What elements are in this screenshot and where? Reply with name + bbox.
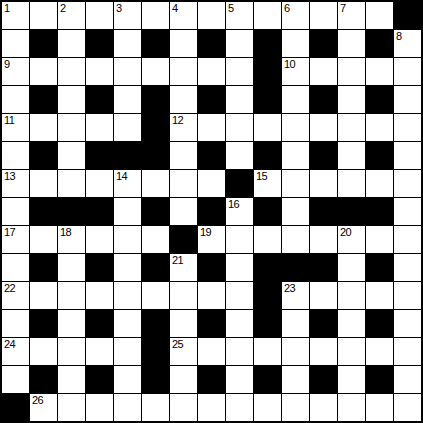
white-cell[interactable] — [394, 114, 421, 141]
white-cell[interactable]: 5 — [226, 2, 253, 29]
white-cell[interactable] — [58, 338, 85, 365]
white-cell[interactable]: 7 — [338, 2, 365, 29]
black-cell — [394, 2, 421, 29]
white-cell[interactable]: 4 — [170, 2, 197, 29]
white-cell[interactable] — [310, 58, 337, 85]
white-cell[interactable] — [366, 2, 393, 29]
white-cell[interactable] — [226, 86, 253, 113]
white-cell[interactable]: 15 — [254, 170, 281, 197]
white-cell[interactable] — [142, 58, 169, 85]
white-cell[interactable] — [86, 114, 113, 141]
white-cell[interactable] — [30, 58, 57, 85]
white-cell[interactable] — [282, 394, 309, 421]
black-cell — [366, 198, 393, 225]
white-cell[interactable] — [86, 170, 113, 197]
black-cell — [198, 254, 225, 281]
white-cell[interactable] — [30, 2, 57, 29]
clue-number: 6 — [284, 2, 290, 14]
clue-number: 18 — [60, 226, 71, 238]
black-cell — [198, 198, 225, 225]
clue-number: 5 — [228, 2, 234, 14]
black-cell — [142, 198, 169, 225]
white-cell[interactable] — [226, 310, 253, 337]
white-cell[interactable] — [30, 170, 57, 197]
clue-number: 2 — [60, 2, 66, 14]
clue-number: 21 — [172, 254, 183, 266]
white-cell[interactable] — [394, 338, 421, 365]
white-cell[interactable]: 19 — [198, 226, 225, 253]
white-cell[interactable] — [198, 394, 225, 421]
black-cell — [198, 142, 225, 169]
clue-number: 11 — [4, 114, 14, 126]
white-cell[interactable] — [226, 366, 253, 393]
white-cell[interactable] — [394, 142, 421, 169]
black-cell — [142, 114, 169, 141]
white-cell[interactable] — [338, 338, 365, 365]
black-cell — [282, 254, 309, 281]
white-cell[interactable] — [226, 338, 253, 365]
white-cell[interactable] — [170, 282, 197, 309]
black-cell — [142, 366, 169, 393]
white-cell[interactable] — [338, 282, 365, 309]
white-cell[interactable] — [30, 226, 57, 253]
white-cell[interactable] — [226, 30, 253, 57]
clue-number: 17 — [4, 226, 15, 238]
crossword-grid: 1234567891011121314151617181920212223242… — [0, 0, 423, 423]
white-cell[interactable] — [114, 366, 141, 393]
black-cell — [254, 254, 281, 281]
white-cell[interactable] — [282, 338, 309, 365]
white-cell[interactable] — [2, 86, 29, 113]
white-cell[interactable] — [338, 366, 365, 393]
white-cell[interactable] — [198, 114, 225, 141]
clue-number: 7 — [340, 2, 346, 14]
white-cell[interactable]: 9 — [2, 58, 29, 85]
white-cell[interactable] — [282, 226, 309, 253]
white-cell[interactable]: 17 — [2, 226, 29, 253]
black-cell — [310, 366, 337, 393]
white-cell[interactable] — [338, 30, 365, 57]
white-cell[interactable]: 21 — [170, 254, 197, 281]
white-cell[interactable] — [394, 58, 421, 85]
white-cell[interactable] — [114, 338, 141, 365]
black-cell — [226, 170, 253, 197]
white-cell[interactable]: 2 — [58, 2, 85, 29]
white-cell[interactable]: 1 — [2, 2, 29, 29]
white-cell[interactable] — [2, 310, 29, 337]
black-cell — [142, 338, 169, 365]
white-cell[interactable] — [114, 254, 141, 281]
white-cell[interactable]: 22 — [2, 282, 29, 309]
white-cell[interactable]: 18 — [58, 226, 85, 253]
white-cell[interactable] — [114, 226, 141, 253]
white-cell[interactable] — [366, 394, 393, 421]
clue-number: 22 — [4, 282, 15, 294]
black-cell — [310, 254, 337, 281]
white-cell[interactable] — [282, 142, 309, 169]
white-cell[interactable] — [282, 86, 309, 113]
white-cell[interactable]: 13 — [2, 170, 29, 197]
white-cell[interactable] — [254, 338, 281, 365]
white-cell[interactable] — [394, 226, 421, 253]
clue-number: 12 — [172, 114, 183, 126]
white-cell[interactable]: 12 — [170, 114, 197, 141]
white-cell[interactable] — [58, 142, 85, 169]
black-cell — [254, 142, 281, 169]
white-cell[interactable] — [142, 282, 169, 309]
white-cell[interactable]: 25 — [170, 338, 197, 365]
white-cell[interactable] — [282, 310, 309, 337]
black-cell — [86, 142, 113, 169]
white-cell[interactable]: 16 — [226, 198, 253, 225]
white-cell[interactable] — [170, 58, 197, 85]
white-cell[interactable] — [86, 282, 113, 309]
white-cell[interactable] — [366, 58, 393, 85]
white-cell[interactable] — [366, 338, 393, 365]
black-cell — [366, 30, 393, 57]
white-cell[interactable] — [310, 2, 337, 29]
white-cell[interactable] — [58, 114, 85, 141]
white-cell[interactable] — [142, 394, 169, 421]
white-cell[interactable] — [226, 394, 253, 421]
black-cell — [86, 366, 113, 393]
clue-number: 10 — [284, 58, 295, 70]
black-cell — [366, 254, 393, 281]
white-cell[interactable] — [254, 114, 281, 141]
white-cell[interactable] — [86, 58, 113, 85]
black-cell — [338, 198, 365, 225]
white-cell[interactable] — [310, 114, 337, 141]
white-cell[interactable] — [170, 198, 197, 225]
white-cell[interactable] — [170, 310, 197, 337]
white-cell[interactable] — [30, 338, 57, 365]
black-cell — [142, 30, 169, 57]
black-cell — [170, 226, 197, 253]
white-cell[interactable] — [58, 282, 85, 309]
white-cell[interactable]: 11 — [2, 114, 29, 141]
black-cell — [30, 198, 57, 225]
white-cell[interactable] — [254, 394, 281, 421]
white-cell[interactable] — [170, 30, 197, 57]
white-cell[interactable] — [2, 30, 29, 57]
white-cell[interactable] — [86, 394, 113, 421]
white-cell[interactable] — [338, 254, 365, 281]
clue-number: 8 — [396, 30, 402, 42]
white-cell[interactable] — [310, 282, 337, 309]
black-cell — [366, 366, 393, 393]
black-cell — [86, 198, 113, 225]
white-cell[interactable]: 3 — [114, 2, 141, 29]
clue-number: 3 — [116, 2, 122, 14]
white-cell[interactable] — [394, 254, 421, 281]
white-cell[interactable] — [170, 86, 197, 113]
black-cell — [254, 58, 281, 85]
white-cell[interactable] — [254, 2, 281, 29]
white-cell[interactable] — [394, 366, 421, 393]
black-cell — [254, 366, 281, 393]
black-cell — [254, 86, 281, 113]
white-cell[interactable] — [170, 142, 197, 169]
black-cell — [366, 86, 393, 113]
black-cell — [142, 310, 169, 337]
white-cell[interactable] — [2, 254, 29, 281]
white-cell[interactable] — [114, 114, 141, 141]
white-cell[interactable] — [114, 394, 141, 421]
white-cell[interactable] — [58, 394, 85, 421]
black-cell — [310, 30, 337, 57]
white-cell[interactable] — [2, 142, 29, 169]
white-cell[interactable] — [394, 310, 421, 337]
white-cell[interactable] — [394, 282, 421, 309]
white-cell[interactable] — [142, 226, 169, 253]
white-cell[interactable] — [170, 170, 197, 197]
white-cell[interactable] — [338, 58, 365, 85]
white-cell[interactable] — [114, 58, 141, 85]
white-cell[interactable] — [142, 2, 169, 29]
white-cell[interactable] — [310, 170, 337, 197]
black-cell — [86, 30, 113, 57]
white-cell[interactable] — [282, 366, 309, 393]
white-cell[interactable] — [338, 86, 365, 113]
black-cell — [142, 86, 169, 113]
black-cell — [310, 198, 337, 225]
black-cell — [310, 310, 337, 337]
black-cell — [30, 310, 57, 337]
white-cell[interactable] — [170, 366, 197, 393]
white-cell[interactable] — [114, 310, 141, 337]
white-cell[interactable] — [338, 142, 365, 169]
white-cell[interactable] — [226, 282, 253, 309]
clue-number: 25 — [172, 338, 183, 350]
clue-number: 19 — [200, 226, 211, 238]
black-cell — [30, 86, 57, 113]
white-cell[interactable] — [394, 170, 421, 197]
black-cell — [30, 254, 57, 281]
white-cell[interactable] — [366, 114, 393, 141]
white-cell[interactable]: 6 — [282, 2, 309, 29]
white-cell[interactable] — [30, 114, 57, 141]
black-cell — [86, 86, 113, 113]
black-cell — [254, 30, 281, 57]
black-cell — [198, 310, 225, 337]
black-cell — [198, 30, 225, 57]
white-cell[interactable] — [170, 394, 197, 421]
white-cell[interactable]: 20 — [338, 226, 365, 253]
white-cell[interactable] — [58, 310, 85, 337]
white-cell[interactable] — [394, 198, 421, 225]
black-cell — [254, 282, 281, 309]
white-cell[interactable] — [226, 58, 253, 85]
black-cell — [58, 198, 85, 225]
white-cell[interactable]: 8 — [394, 30, 421, 57]
black-cell — [142, 142, 169, 169]
white-cell[interactable] — [254, 226, 281, 253]
clue-number: 26 — [32, 394, 43, 406]
clue-number: 1 — [4, 2, 10, 14]
clue-number: 14 — [116, 170, 127, 182]
black-cell — [366, 142, 393, 169]
white-cell[interactable] — [226, 114, 253, 141]
white-cell[interactable] — [30, 282, 57, 309]
black-cell — [310, 142, 337, 169]
white-cell[interactable] — [114, 282, 141, 309]
black-cell — [142, 254, 169, 281]
white-cell[interactable] — [366, 282, 393, 309]
white-cell[interactable] — [310, 226, 337, 253]
black-cell — [254, 310, 281, 337]
white-cell[interactable] — [2, 198, 29, 225]
white-cell[interactable]: 23 — [282, 282, 309, 309]
clue-number: 24 — [4, 338, 15, 350]
white-cell[interactable] — [310, 338, 337, 365]
white-cell[interactable]: 14 — [114, 170, 141, 197]
clue-number: 13 — [4, 170, 15, 182]
white-cell[interactable] — [226, 142, 253, 169]
white-cell[interactable] — [338, 394, 365, 421]
white-cell[interactable] — [338, 114, 365, 141]
white-cell[interactable] — [2, 366, 29, 393]
white-cell[interactable] — [282, 30, 309, 57]
white-cell[interactable] — [58, 170, 85, 197]
black-cell — [86, 254, 113, 281]
black-cell — [114, 142, 141, 169]
white-cell[interactable] — [310, 394, 337, 421]
white-cell[interactable] — [58, 86, 85, 113]
white-cell[interactable] — [366, 170, 393, 197]
white-cell[interactable] — [282, 198, 309, 225]
white-cell[interactable] — [114, 86, 141, 113]
clue-number: 20 — [340, 226, 351, 238]
white-cell[interactable] — [366, 226, 393, 253]
white-cell[interactable]: 26 — [30, 394, 57, 421]
black-cell — [310, 86, 337, 113]
black-cell — [254, 198, 281, 225]
black-cell — [2, 394, 29, 421]
white-cell[interactable] — [338, 310, 365, 337]
white-cell[interactable] — [86, 226, 113, 253]
white-cell[interactable] — [282, 114, 309, 141]
clue-number: 16 — [228, 198, 239, 210]
black-cell — [30, 30, 57, 57]
white-cell[interactable] — [282, 170, 309, 197]
white-cell[interactable] — [198, 58, 225, 85]
white-cell[interactable]: 10 — [282, 58, 309, 85]
white-cell[interactable] — [58, 366, 85, 393]
clue-number: 4 — [172, 2, 178, 14]
white-cell[interactable] — [58, 254, 85, 281]
white-cell[interactable] — [198, 170, 225, 197]
white-cell[interactable] — [58, 30, 85, 57]
clue-number: 9 — [4, 58, 10, 70]
white-cell[interactable] — [198, 338, 225, 365]
white-cell[interactable] — [338, 170, 365, 197]
black-cell — [30, 366, 57, 393]
white-cell[interactable] — [114, 30, 141, 57]
white-cell[interactable] — [226, 226, 253, 253]
black-cell — [198, 86, 225, 113]
white-cell[interactable] — [394, 86, 421, 113]
white-cell[interactable] — [226, 254, 253, 281]
clue-number: 23 — [284, 282, 295, 294]
black-cell — [366, 310, 393, 337]
clue-number: 15 — [256, 170, 267, 182]
white-cell[interactable] — [86, 2, 113, 29]
white-cell[interactable]: 24 — [2, 338, 29, 365]
white-cell[interactable] — [198, 282, 225, 309]
black-cell — [198, 366, 225, 393]
white-cell[interactable] — [142, 170, 169, 197]
white-cell[interactable] — [394, 394, 421, 421]
black-cell — [86, 310, 113, 337]
white-cell[interactable] — [114, 198, 141, 225]
white-cell[interactable] — [86, 338, 113, 365]
white-cell[interactable] — [198, 2, 225, 29]
white-cell[interactable] — [58, 58, 85, 85]
black-cell — [30, 142, 57, 169]
